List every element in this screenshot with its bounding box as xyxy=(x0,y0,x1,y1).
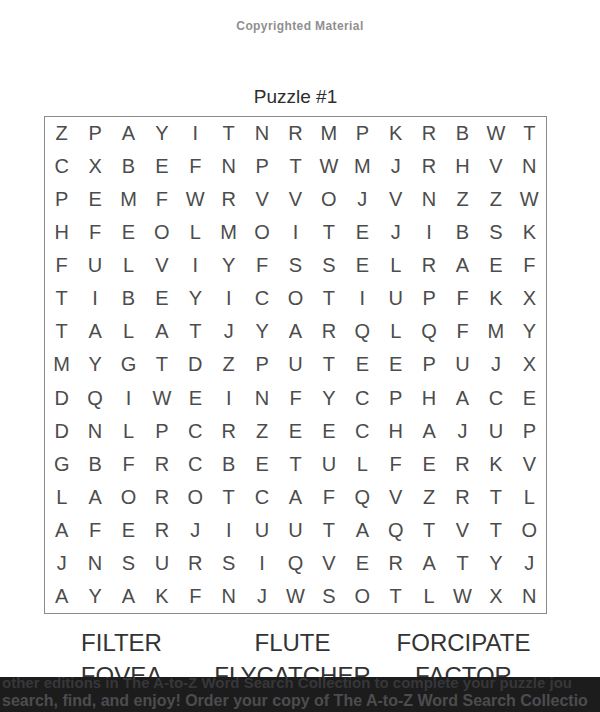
grid-cell: T xyxy=(312,348,345,381)
grid-cell: B xyxy=(112,282,145,315)
grid-cell: D xyxy=(179,348,212,381)
grid-cell: R xyxy=(212,183,245,216)
grid-cell: Q xyxy=(346,481,379,514)
grid-cell: T xyxy=(312,514,345,547)
grid-cell: E xyxy=(145,282,178,315)
grid-cell: P xyxy=(379,382,412,415)
grid-cell: U xyxy=(245,514,278,547)
grid-cell: E xyxy=(245,448,278,481)
grid-cell: N xyxy=(245,382,278,415)
grid-cell: Q xyxy=(346,315,379,348)
grid-cell: Z xyxy=(212,348,245,381)
grid-cell: P xyxy=(45,183,78,216)
grid-cell: X xyxy=(479,580,512,613)
grid-cell: X xyxy=(513,348,546,381)
grid-cell: T xyxy=(513,117,546,150)
grid-cell: A xyxy=(412,547,445,580)
grid-cell: U xyxy=(145,547,178,580)
grid-cell: W xyxy=(446,580,479,613)
grid-cell: I xyxy=(279,216,312,249)
grid-cell: B xyxy=(112,150,145,183)
grid-cell: T xyxy=(145,348,178,381)
grid-cell: J xyxy=(446,415,479,448)
grid-cell: E xyxy=(145,150,178,183)
grid-cell: T xyxy=(279,150,312,183)
grid-cell: H xyxy=(45,216,78,249)
grid-cell: Y xyxy=(145,117,178,150)
grid-cell: U xyxy=(379,282,412,315)
grid-cell: A xyxy=(112,117,145,150)
grid-cell: T xyxy=(379,580,412,613)
grid-cell: E xyxy=(78,183,111,216)
grid-cell: C xyxy=(45,150,78,183)
grid-cell: Z xyxy=(245,415,278,448)
grid-cell: U xyxy=(279,348,312,381)
grid-cell: C xyxy=(346,382,379,415)
grid-cell: F xyxy=(312,481,345,514)
grid-cell: A xyxy=(145,315,178,348)
grid-cell: M xyxy=(112,183,145,216)
grid-cell: I xyxy=(346,282,379,315)
grid-cell: F xyxy=(279,382,312,415)
grid-cell: N xyxy=(78,415,111,448)
grid-cell: J xyxy=(479,348,512,381)
grid-cell: A xyxy=(78,315,111,348)
grid-cell: C xyxy=(179,448,212,481)
grid-cell: J xyxy=(45,547,78,580)
grid-cell: Z xyxy=(412,481,445,514)
word-filter: FILTER xyxy=(36,626,207,659)
grid-cell: Z xyxy=(479,183,512,216)
grid-cell: R xyxy=(145,514,178,547)
grid-cell: L xyxy=(179,216,212,249)
grid-cell: T xyxy=(446,547,479,580)
grid-cell: W xyxy=(279,580,312,613)
grid-cell: J xyxy=(513,547,546,580)
grid-cell: A xyxy=(446,382,479,415)
grid-cell: O xyxy=(279,282,312,315)
grid-cell: F xyxy=(78,514,111,547)
grid-cell: U xyxy=(78,249,111,282)
grid-cell: A xyxy=(279,481,312,514)
grid-cell: E xyxy=(179,382,212,415)
grid-cell: Z xyxy=(446,183,479,216)
grid-cell: O xyxy=(112,481,145,514)
grid-cell: T xyxy=(212,117,245,150)
grid-cell: Y xyxy=(78,348,111,381)
grid-cell: C xyxy=(479,382,512,415)
grid-cell: I xyxy=(179,249,212,282)
grid-cell: T xyxy=(45,315,78,348)
grid-cell: R xyxy=(145,481,178,514)
grid-cell: L xyxy=(513,481,546,514)
grid-cell: Y xyxy=(179,282,212,315)
grid-cell: O xyxy=(312,183,345,216)
grid-cell: O xyxy=(179,481,212,514)
grid-cell: R xyxy=(379,547,412,580)
grid-cell: E xyxy=(312,415,345,448)
grid-cell: P xyxy=(78,117,111,150)
puzzle-title: Puzzle #1 xyxy=(44,87,547,107)
grid-cell: J xyxy=(245,580,278,613)
grid-cell: P xyxy=(346,117,379,150)
grid-cell: F xyxy=(245,249,278,282)
grid-cell: T xyxy=(179,315,212,348)
grid-cell: U xyxy=(312,448,345,481)
grid-cell: B xyxy=(78,448,111,481)
grid-cell: O xyxy=(145,216,178,249)
grid-cell: R xyxy=(446,448,479,481)
grid-cell: L xyxy=(112,415,145,448)
grid-cell: F xyxy=(78,216,111,249)
grid-cell: P xyxy=(412,348,445,381)
grid-cell: Y xyxy=(212,249,245,282)
grid-cell: C xyxy=(245,481,278,514)
grid-cell: N xyxy=(245,117,278,150)
grid-cell: O xyxy=(513,514,546,547)
grid-cell: K xyxy=(479,282,512,315)
grid-cell: V xyxy=(245,183,278,216)
grid-cell: N xyxy=(412,183,445,216)
grid-cell: N xyxy=(212,580,245,613)
grid-cell: F xyxy=(446,315,479,348)
grid-cell: R xyxy=(145,448,178,481)
grid-cell: I xyxy=(212,282,245,315)
grid-cell: B xyxy=(446,216,479,249)
grid-cell: D xyxy=(45,415,78,448)
grid-cell: W xyxy=(513,183,546,216)
grid-cell: F xyxy=(45,249,78,282)
grid-cell: J xyxy=(179,514,212,547)
grid-cell: N xyxy=(78,547,111,580)
grid-cell: K xyxy=(513,216,546,249)
grid-cell: E xyxy=(513,382,546,415)
grid-cell: S xyxy=(312,580,345,613)
grid-cell: P xyxy=(245,348,278,381)
grid-cell: Q xyxy=(279,547,312,580)
grid-cell: U xyxy=(479,415,512,448)
grid-cell: E xyxy=(346,348,379,381)
grid-cell: E xyxy=(346,547,379,580)
grid-cell: V xyxy=(279,183,312,216)
grid-cell: W xyxy=(145,382,178,415)
grid-cell: I xyxy=(179,117,212,150)
word-search-grid: ZPAYITNRMPKRBWTCXBEFNPTWMJRHVNPEMFWRVVOJ… xyxy=(44,116,547,614)
grid-cell: M xyxy=(212,216,245,249)
grid-cell: F xyxy=(179,580,212,613)
preview-banner: other editions in The A-to-Z Word Search… xyxy=(0,677,600,712)
grid-cell: N xyxy=(513,580,546,613)
grid-cell: L xyxy=(346,448,379,481)
grid-cell: E xyxy=(112,514,145,547)
grid-cell: L xyxy=(112,315,145,348)
grid-cell: S xyxy=(312,249,345,282)
word-list-row: FILTER FLUTE FORCIPATE xyxy=(36,626,549,659)
grid-cell: A xyxy=(78,481,111,514)
grid-cell: A xyxy=(112,580,145,613)
grid-cell: T xyxy=(479,514,512,547)
grid-cell: O xyxy=(245,216,278,249)
grid-cell: L xyxy=(412,580,445,613)
grid-cell: K xyxy=(479,448,512,481)
banner-text-line2: search, find, and enjoy! Order your copy… xyxy=(2,691,588,710)
grid-cell: D xyxy=(45,382,78,415)
grid-cell: F xyxy=(446,282,479,315)
grid-cell: O xyxy=(346,580,379,613)
grid-cell: H xyxy=(379,415,412,448)
grid-cell: Y xyxy=(513,315,546,348)
grid-cell: W xyxy=(179,183,212,216)
grid-cell: U xyxy=(279,514,312,547)
grid-cell: L xyxy=(379,249,412,282)
grid-cell: X xyxy=(78,150,111,183)
grid-cell: A xyxy=(412,415,445,448)
grid-cell: W xyxy=(479,117,512,150)
grid-cell: Q xyxy=(412,315,445,348)
grid-cell: I xyxy=(412,216,445,249)
grid-cell: I xyxy=(212,382,245,415)
grid-cell: R xyxy=(446,481,479,514)
grid-cell: E xyxy=(346,216,379,249)
grid-cell: X xyxy=(513,282,546,315)
grid-cell: F xyxy=(179,150,212,183)
grid-cell: T xyxy=(312,282,345,315)
grid-cell: F xyxy=(513,249,546,282)
grid-cell: T xyxy=(312,216,345,249)
word-forcipate: FORCIPATE xyxy=(378,626,549,659)
grid-cell: V xyxy=(145,249,178,282)
grid-cell: F xyxy=(112,448,145,481)
grid-cell: I xyxy=(112,382,145,415)
grid-cell: S xyxy=(112,547,145,580)
grid-cell: U xyxy=(446,348,479,381)
grid-cell: L xyxy=(112,249,145,282)
grid-cell: J xyxy=(379,150,412,183)
grid-cell: E xyxy=(112,216,145,249)
grid-cell: M xyxy=(479,315,512,348)
grid-cell: F xyxy=(379,448,412,481)
grid-cell: R xyxy=(412,249,445,282)
grid-cell: P xyxy=(513,415,546,448)
grid-cell: E xyxy=(346,249,379,282)
grid-cell: E xyxy=(379,348,412,381)
word-flute: FLUTE xyxy=(207,626,378,659)
grid-cell: K xyxy=(379,117,412,150)
grid-cell: R xyxy=(179,547,212,580)
grid-cell: V xyxy=(446,514,479,547)
grid-cell: V xyxy=(479,150,512,183)
grid-cell: A xyxy=(346,514,379,547)
grid-cell: W xyxy=(312,150,345,183)
grid-cell: H xyxy=(412,382,445,415)
grid-cell: S xyxy=(212,547,245,580)
grid-cell: A xyxy=(446,249,479,282)
grid-cell: F xyxy=(145,183,178,216)
grid-cell: Z xyxy=(45,117,78,150)
grid-cell: R xyxy=(279,117,312,150)
grid-cell: S xyxy=(479,216,512,249)
grid-cell: V xyxy=(379,183,412,216)
grid-cell: I xyxy=(245,547,278,580)
grid-cell: A xyxy=(279,315,312,348)
grid-cell: P xyxy=(245,150,278,183)
grid-cell: C xyxy=(179,415,212,448)
grid-cell: A xyxy=(45,580,78,613)
grid-cell: E xyxy=(479,249,512,282)
grid-cell: V xyxy=(379,481,412,514)
grid-cell: G xyxy=(45,448,78,481)
grid-cell: M xyxy=(346,150,379,183)
grid-cell: E xyxy=(412,448,445,481)
grid-cell: B xyxy=(212,448,245,481)
grid-cell: B xyxy=(446,117,479,150)
grid-cell: P xyxy=(145,415,178,448)
grid-cell: T xyxy=(279,448,312,481)
grid-cell: E xyxy=(279,415,312,448)
grid-cell: S xyxy=(279,249,312,282)
grid-cell: Y xyxy=(479,547,512,580)
grid-cell: T xyxy=(212,481,245,514)
grid-cell: Y xyxy=(78,580,111,613)
grid-cell: I xyxy=(78,282,111,315)
grid-cell: I xyxy=(212,514,245,547)
grid-cell: R xyxy=(212,415,245,448)
grid-cell: J xyxy=(379,216,412,249)
grid-cell: T xyxy=(45,282,78,315)
grid-cell: P xyxy=(412,282,445,315)
grid-cell: R xyxy=(312,315,345,348)
grid-cell: H xyxy=(446,150,479,183)
grid-cell: T xyxy=(479,481,512,514)
grid-cell: A xyxy=(45,514,78,547)
copyright-notice: Copyrighted Material xyxy=(0,19,600,33)
grid-cell: R xyxy=(412,117,445,150)
grid-cell: C xyxy=(245,282,278,315)
grid-cell: K xyxy=(145,580,178,613)
grid-cell: L xyxy=(379,315,412,348)
grid-cell: M xyxy=(45,348,78,381)
grid-cell: G xyxy=(112,348,145,381)
grid-cell: J xyxy=(212,315,245,348)
grid-cell: T xyxy=(412,514,445,547)
grid-cell: V xyxy=(312,547,345,580)
grid-cell: C xyxy=(346,415,379,448)
grid-cell: N xyxy=(513,150,546,183)
grid-cell: R xyxy=(412,150,445,183)
grid-cell: N xyxy=(212,150,245,183)
grid-cell: Q xyxy=(379,514,412,547)
grid-cell: J xyxy=(346,183,379,216)
grid-cell: L xyxy=(45,481,78,514)
grid-cell: Q xyxy=(78,382,111,415)
grid-cell: M xyxy=(312,117,345,150)
grid-cell: V xyxy=(513,448,546,481)
banner-text-line1: other editions in The A-to-Z Word Search… xyxy=(2,677,572,692)
grid-cell: Y xyxy=(312,382,345,415)
grid-cell: Y xyxy=(245,315,278,348)
